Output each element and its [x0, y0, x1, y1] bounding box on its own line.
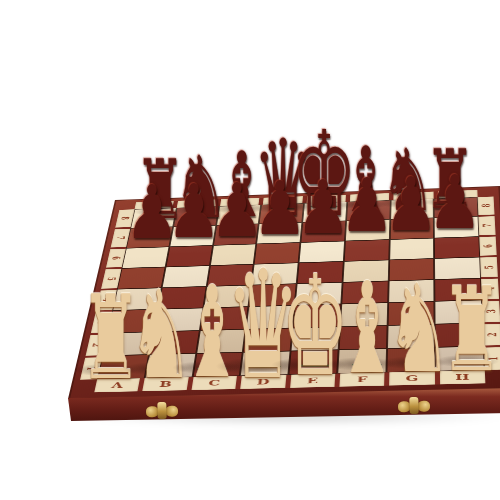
square-b7: [169, 225, 216, 246]
square-e6: [299, 241, 345, 263]
squares-grid: [97, 197, 485, 379]
coordinate-label: D: [256, 378, 270, 386]
square-b8: [173, 206, 219, 227]
coordinate-cell: G: [389, 371, 434, 385]
square-a8: [130, 208, 176, 229]
coordinate-cell: H: [440, 370, 486, 384]
square-d1: [240, 351, 290, 376]
coordinate-label: G: [406, 374, 419, 382]
brass-clasp-left-icon: [146, 402, 178, 420]
product-photo-scene: Handmade wooden folding chess set with c…: [40, 16, 500, 500]
square-f6: [344, 239, 390, 261]
square-h5: [434, 257, 481, 280]
coordinate-label: B: [193, 201, 201, 205]
square-d2: [243, 328, 293, 352]
coordinate-label: H: [455, 373, 469, 381]
clasp-buckle-icon: [409, 397, 418, 414]
coordinate-label: 8: [119, 217, 130, 221]
square-g4: [388, 280, 435, 303]
square-b2: [149, 330, 199, 354]
coordinate-label: 3: [485, 309, 497, 313]
coordinate-label: E: [307, 377, 319, 385]
square-e2: [291, 327, 340, 351]
square-a1: [97, 354, 149, 379]
square-c1: [192, 352, 243, 377]
square-g3: [387, 301, 435, 325]
coordinate-label: F: [366, 195, 372, 199]
square-c6: [210, 244, 257, 266]
square-f1: [337, 348, 387, 373]
coordinate-label: 5: [483, 265, 494, 269]
square-g7: [389, 218, 434, 239]
square-e4: [295, 282, 343, 305]
square-f8: [346, 200, 390, 221]
coordinate-cell: 5: [480, 257, 498, 277]
coordinate-cell: D: [240, 375, 286, 389]
coordinate-label: G: [410, 194, 417, 198]
square-a3: [107, 309, 157, 332]
square-h4: [434, 278, 481, 301]
coordinate-cell: A: [94, 378, 140, 392]
coordinate-cell: F: [339, 372, 384, 386]
square-c5: [206, 264, 254, 286]
square-d8: [259, 203, 304, 224]
coordinate-label: 1: [85, 366, 97, 370]
square-h6: [434, 236, 480, 258]
coordinate-label: 7: [481, 224, 492, 228]
square-f7: [345, 219, 390, 240]
square-g5: [388, 258, 434, 281]
square-h2: [435, 323, 484, 348]
coordinate-cell: 7: [478, 216, 495, 235]
square-c4: [203, 285, 251, 308]
coordinate-cell: 2: [483, 324, 500, 346]
square-g1: [386, 347, 435, 372]
coordinate-label: 4: [101, 298, 113, 302]
brass-clasp-right-icon: [398, 397, 430, 415]
clasp-wing-icon: [165, 406, 178, 417]
coordinate-label: 8: [481, 204, 492, 208]
square-g6: [389, 238, 435, 260]
square-f2: [338, 325, 387, 349]
coordinate-label: 3: [96, 320, 108, 324]
square-f4: [341, 281, 388, 304]
square-a6: [122, 247, 170, 269]
square-b3: [153, 308, 203, 332]
square-c7: [213, 224, 259, 245]
coordinate-label: D: [279, 198, 287, 202]
coordinate-label: 7: [115, 236, 126, 240]
coordinate-label: 2: [486, 332, 498, 336]
square-h7: [434, 216, 479, 237]
square-b4: [157, 286, 206, 309]
square-a4: [112, 288, 161, 311]
square-d7: [256, 222, 302, 243]
coordinate-cell: C: [191, 376, 237, 390]
clasp-wing-icon: [417, 401, 430, 412]
clasp-buckle-icon: [157, 402, 166, 419]
square-c8: [216, 205, 261, 226]
coordinate-cell: 1: [484, 347, 500, 370]
coordinate-label: A: [111, 381, 124, 389]
square-a2: [102, 332, 153, 356]
coordinate-label: F: [357, 376, 368, 384]
square-g2: [387, 324, 435, 349]
coordinate-label: 5: [106, 277, 117, 281]
square-d5: [251, 263, 298, 285]
coordinate-cell: 4: [481, 279, 499, 300]
square-h8: [434, 197, 479, 218]
chess-board: ABCDEFGH 87654321 87654321 ABCDEFGH: [68, 186, 500, 399]
coordinate-label: E: [323, 197, 330, 201]
coordinate-label: 4: [484, 287, 496, 291]
coordinate-label: A: [151, 203, 158, 207]
square-h1: [435, 346, 485, 371]
coordinate-cell: B: [143, 377, 189, 391]
square-c2: [196, 329, 246, 353]
square-b5: [161, 265, 209, 287]
coordinate-cell: 6: [479, 236, 496, 256]
coordinate-label: C: [236, 200, 243, 204]
square-a5: [117, 267, 165, 289]
square-d3: [246, 305, 295, 329]
coordinate-label: 1: [487, 356, 499, 360]
coordinate-cell: 3: [482, 301, 500, 322]
square-b1: [144, 353, 195, 378]
square-e7: [300, 221, 345, 242]
coordinate-label: H: [453, 192, 461, 196]
square-c3: [199, 307, 248, 331]
square-e1: [288, 350, 338, 375]
coordinate-cell: 8: [478, 196, 495, 215]
square-h3: [435, 300, 483, 324]
coordinate-label: 6: [482, 244, 493, 248]
square-e8: [302, 202, 347, 223]
square-d6: [254, 242, 301, 264]
coordinate-label: 2: [90, 343, 102, 347]
coordinate-label: C: [208, 379, 221, 387]
square-f5: [342, 260, 388, 283]
square-b6: [165, 245, 212, 267]
square-d4: [249, 284, 297, 307]
square-a7: [126, 227, 173, 248]
square-f3: [340, 303, 388, 327]
square-e3: [293, 304, 341, 328]
coordinate-cell: E: [290, 374, 336, 388]
coordinate-label: B: [159, 380, 173, 388]
coordinate-label: 6: [110, 256, 121, 260]
square-e5: [297, 261, 344, 283]
square-g8: [390, 199, 434, 220]
